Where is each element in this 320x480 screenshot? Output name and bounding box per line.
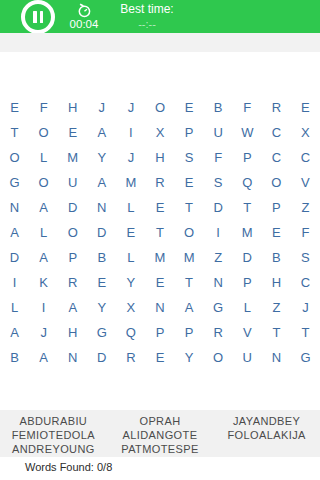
grid-cell[interactable]: C [291, 270, 320, 295]
grid-cell[interactable]: T [262, 320, 291, 345]
grid-cell[interactable]: C [291, 145, 320, 170]
grid-cell[interactable]: U [58, 170, 87, 195]
grid-cell[interactable]: L [116, 245, 145, 270]
grid-cell[interactable]: S [291, 245, 320, 270]
best-time-block: Best time: --:-- [110, 0, 184, 33]
grid-cell[interactable]: B [87, 245, 116, 270]
grid-cell[interactable]: J [116, 95, 145, 120]
pause-icon [33, 11, 37, 23]
grid-cell[interactable]: Z [262, 295, 291, 320]
grid-cell[interactable]: D [87, 345, 116, 370]
grid-cell[interactable]: S [175, 145, 204, 170]
best-time-value: --:-- [110, 18, 184, 30]
grid-cell[interactable]: O [0, 145, 29, 170]
words-found-value: 0/8 [97, 461, 112, 473]
grid-cell[interactable]: O [58, 220, 87, 245]
grid-cell[interactable]: L [29, 145, 58, 170]
grid-cell[interactable]: N [262, 345, 291, 370]
grid-cell[interactable]: E [58, 120, 87, 145]
word-list-item: PATMOTESPE [121, 443, 199, 455]
grid-cell[interactable]: F [233, 95, 262, 120]
grid-cell[interactable]: E [145, 195, 174, 220]
grid-cell[interactable]: E [87, 270, 116, 295]
grid-cell[interactable]: Y [87, 295, 116, 320]
timer-block: 00:04 [64, 0, 104, 33]
grid-cell[interactable]: G [87, 320, 116, 345]
grid-cell[interactable]: F [291, 220, 320, 245]
grid-cell[interactable]: V [233, 320, 262, 345]
grid-cell[interactable]: H [262, 270, 291, 295]
grid-cell[interactable]: N [87, 195, 116, 220]
grid-cell[interactable]: P [175, 320, 204, 345]
grid-cell[interactable]: N [145, 295, 174, 320]
grid-cell[interactable]: M [58, 145, 87, 170]
grid-cell[interactable]: L [116, 195, 145, 220]
grid-cell[interactable]: J [291, 295, 320, 320]
grid-cell[interactable]: C [262, 120, 291, 145]
subheader-strip [0, 33, 320, 52]
word-list: ABDURABIUOPRAHJAYANDBEYFEMIOTEDOLAALIDAN… [0, 410, 320, 457]
grid-cell[interactable]: O [175, 220, 204, 245]
grid-cell[interactable]: A [175, 295, 204, 320]
grid-cell[interactable]: T [0, 120, 29, 145]
grid-cell[interactable]: J [87, 95, 116, 120]
pause-button[interactable] [21, 0, 55, 34]
grid-cell[interactable]: T [291, 320, 320, 345]
word-list-item: ABDURABIU [19, 415, 87, 427]
grid-cell[interactable]: H [58, 95, 87, 120]
grid-cell[interactable]: U [233, 345, 262, 370]
grid-cell[interactable]: L [0, 295, 29, 320]
timer-value: 00:04 [64, 18, 104, 30]
grid-cell[interactable]: N [0, 195, 29, 220]
grid-cell[interactable]: I [116, 120, 145, 145]
word-list-item: OPRAH [139, 415, 180, 427]
grid-cell[interactable]: P [58, 245, 87, 270]
grid-cell[interactable]: P [145, 320, 174, 345]
grid-cell[interactable]: M [233, 220, 262, 245]
grid-cell[interactable]: W [233, 120, 262, 145]
grid-cell[interactable]: R [58, 270, 87, 295]
grid-cell[interactable]: A [87, 170, 116, 195]
grid-cell[interactable]: X [116, 295, 145, 320]
grid-cell[interactable]: P [262, 195, 291, 220]
grid-cell[interactable]: A [0, 320, 29, 345]
grid-cell[interactable]: J [29, 320, 58, 345]
words-found-status: Words Found: 0/8 [25, 461, 112, 473]
grid-cell[interactable]: C [262, 145, 291, 170]
grid-cell[interactable]: P [175, 120, 204, 145]
grid-cell[interactable]: E [145, 345, 174, 370]
grid-cell[interactable]: E [0, 95, 29, 120]
grid-cell[interactable]: I [29, 295, 58, 320]
grid-cell[interactable]: L [29, 220, 58, 245]
grid-cell[interactable]: T [233, 195, 262, 220]
grid-cell[interactable]: X [291, 120, 320, 145]
grid-cell[interactable]: O [204, 345, 233, 370]
grid-cell[interactable]: R [262, 95, 291, 120]
grid-cell[interactable]: E [145, 270, 174, 295]
grid-cell[interactable]: A [29, 245, 58, 270]
grid-cell[interactable]: K [29, 270, 58, 295]
grid-cell[interactable]: R [145, 170, 174, 195]
grid-cell[interactable]: G [204, 295, 233, 320]
grid-cell[interactable]: D [0, 245, 29, 270]
grid-cell[interactable]: O [29, 170, 58, 195]
header-bar: 00:04 Best time: --:-- [0, 0, 320, 33]
grid-cell[interactable]: N [204, 270, 233, 295]
grid-cell[interactable]: H [145, 145, 174, 170]
grid-cell[interactable]: O [29, 120, 58, 145]
grid-cell[interactable]: M [175, 245, 204, 270]
grid-cell[interactable]: O [145, 95, 174, 120]
grid-cell[interactable]: T [145, 220, 174, 245]
grid-cell[interactable]: T [175, 195, 204, 220]
grid-cell[interactable]: B [204, 95, 233, 120]
word-search-app: 00:04 Best time: --:-- EFHJJOEBFRETOEAIX… [0, 0, 320, 480]
grid-cell[interactable]: L [233, 295, 262, 320]
grid-cell[interactable]: R [116, 345, 145, 370]
word-list-item: FEMIOTEDOLA [12, 429, 95, 441]
grid-cell[interactable]: Q [116, 320, 145, 345]
grid-cell[interactable]: A [29, 195, 58, 220]
grid-cell[interactable]: S [204, 170, 233, 195]
grid-cell[interactable]: P [233, 145, 262, 170]
word-list-item: ALIDANGOTE [123, 429, 198, 441]
grid-cell[interactable]: T [175, 270, 204, 295]
grid-cell[interactable]: E [262, 220, 291, 245]
grid-cell[interactable]: A [0, 220, 29, 245]
words-found-label: Words Found: [25, 461, 94, 473]
grid-cell[interactable]: E [175, 95, 204, 120]
grid-cell[interactable]: E [175, 170, 204, 195]
grid-cell[interactable]: D [87, 220, 116, 245]
grid-cell[interactable]: F [204, 145, 233, 170]
letter-grid: EFHJJOEBFRETOEAIXPUWCXOLMYJHSFPCCGOUAMRE… [0, 95, 320, 370]
word-list-item: FOLOALAKIJA [227, 429, 305, 441]
grid-cell[interactable]: Y [175, 345, 204, 370]
grid-cell[interactable]: Y [116, 270, 145, 295]
grid-cell[interactable]: E [116, 220, 145, 245]
grid-cell[interactable]: A [58, 295, 87, 320]
grid-cell[interactable]: D [233, 245, 262, 270]
word-list-item: ANDREYOUNG [12, 443, 95, 455]
grid-cell[interactable]: Z [291, 195, 320, 220]
grid-cell[interactable]: I [204, 220, 233, 245]
grid-cell[interactable]: P [233, 270, 262, 295]
grid-cell[interactable]: X [145, 120, 174, 145]
grid-cell[interactable]: B [0, 345, 29, 370]
grid-cell[interactable]: U [204, 120, 233, 145]
grid-cell[interactable]: R [204, 320, 233, 345]
grid-cell[interactable]: D [58, 195, 87, 220]
pause-icon [40, 11, 44, 23]
grid-cell[interactable]: Z [204, 245, 233, 270]
word-list-item: JAYANDBEY [233, 415, 300, 427]
grid-cell[interactable]: V [291, 170, 320, 195]
grid-cell[interactable]: M [145, 245, 174, 270]
grid-cell[interactable]: G [0, 170, 29, 195]
grid-cell[interactable]: I [0, 270, 29, 295]
grid-cell[interactable]: G [291, 345, 320, 370]
grid-cell[interactable]: F [29, 95, 58, 120]
grid-cell[interactable]: B [262, 245, 291, 270]
grid-cell[interactable]: N [58, 345, 87, 370]
stopwatch-icon [76, 2, 92, 18]
grid-cell[interactable]: Q [233, 170, 262, 195]
grid-cell[interactable]: H [58, 320, 87, 345]
grid-cell[interactable]: O [262, 170, 291, 195]
grid-cell[interactable]: J [116, 145, 145, 170]
grid-cell[interactable]: A [87, 120, 116, 145]
best-time-label: Best time: [110, 3, 184, 16]
grid-cell[interactable]: Y [87, 145, 116, 170]
grid-cell[interactable]: D [204, 195, 233, 220]
grid-cell[interactable]: A [29, 345, 58, 370]
grid-cell[interactable]: E [291, 95, 320, 120]
grid-cell[interactable]: M [116, 170, 145, 195]
